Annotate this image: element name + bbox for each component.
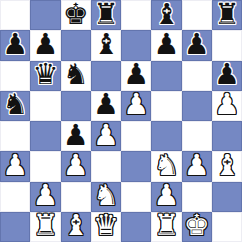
square-a6[interactable] [0, 61, 30, 91]
square-c2[interactable] [61, 182, 91, 212]
square-d1[interactable]: ♛ [91, 212, 121, 242]
square-c5[interactable] [61, 91, 91, 121]
black-knight: ♞ [2, 91, 28, 120]
square-e4[interactable] [121, 121, 151, 151]
square-g4[interactable] [182, 121, 212, 151]
square-b5[interactable] [30, 91, 60, 121]
white-knight: ♞ [153, 151, 179, 180]
square-d5[interactable]: ♟ [91, 91, 121, 121]
square-c4[interactable]: ♟ [61, 121, 91, 151]
white-bishop: ♝ [63, 212, 89, 241]
black-bishop: ♝ [153, 0, 179, 29]
black-pawn: ♟ [93, 91, 119, 120]
white-pawn: ♟ [184, 151, 210, 180]
black-knight: ♞ [63, 61, 89, 90]
square-h2[interactable] [212, 182, 242, 212]
chess-board: ♚♜♝♜♟♟♝♟♟♛♞♟♟♞♟♟♟♟♟♟♟♞♟♝♟♞♟♜♝♛♜♚ [0, 0, 242, 242]
square-d3[interactable] [91, 151, 121, 181]
white-bishop: ♝ [214, 151, 240, 180]
square-a2[interactable] [0, 182, 30, 212]
square-e1[interactable] [121, 212, 151, 242]
square-f2[interactable]: ♟ [151, 182, 181, 212]
square-f3[interactable]: ♞ [151, 151, 181, 181]
black-pawn: ♟ [2, 30, 28, 59]
black-rook: ♜ [93, 0, 119, 29]
square-f7[interactable]: ♟ [151, 30, 181, 60]
square-d7[interactable]: ♝ [91, 30, 121, 60]
square-e2[interactable] [121, 182, 151, 212]
square-e3[interactable] [121, 151, 151, 181]
square-b7[interactable]: ♟ [30, 30, 60, 60]
white-pawn: ♟ [123, 91, 149, 120]
square-c7[interactable] [61, 30, 91, 60]
square-c6[interactable]: ♞ [61, 61, 91, 91]
square-b2[interactable]: ♟ [30, 182, 60, 212]
square-b6[interactable]: ♛ [30, 61, 60, 91]
black-bishop: ♝ [93, 30, 119, 59]
white-rook: ♜ [32, 212, 58, 241]
square-e7[interactable] [121, 30, 151, 60]
square-c8[interactable]: ♚ [61, 0, 91, 30]
black-pawn: ♟ [123, 61, 149, 90]
square-g7[interactable]: ♟ [182, 30, 212, 60]
square-f8[interactable]: ♝ [151, 0, 181, 30]
white-pawn: ♟ [153, 182, 179, 211]
white-queen: ♛ [93, 212, 119, 241]
white-king: ♚ [184, 212, 210, 241]
black-king: ♚ [63, 0, 89, 29]
square-a3[interactable]: ♟ [0, 151, 30, 181]
square-d8[interactable]: ♜ [91, 0, 121, 30]
square-d2[interactable]: ♞ [91, 182, 121, 212]
square-a5[interactable]: ♞ [0, 91, 30, 121]
square-g8[interactable] [182, 0, 212, 30]
square-a8[interactable] [0, 0, 30, 30]
square-g5[interactable] [182, 91, 212, 121]
black-pawn: ♟ [63, 121, 89, 150]
square-d4[interactable]: ♟ [91, 121, 121, 151]
square-e8[interactable] [121, 0, 151, 30]
square-h6[interactable]: ♟ [212, 61, 242, 91]
screenshot-root: ♚♜♝♜♟♟♝♟♟♛♞♟♟♞♟♟♟♟♟♟♟♞♟♝♟♞♟♜♝♛♜♚ [0, 0, 242, 242]
square-g3[interactable]: ♟ [182, 151, 212, 181]
square-e5[interactable]: ♟ [121, 91, 151, 121]
square-g1[interactable]: ♚ [182, 212, 212, 242]
square-g6[interactable] [182, 61, 212, 91]
square-b8[interactable] [30, 0, 60, 30]
square-b3[interactable] [30, 151, 60, 181]
square-b4[interactable] [30, 121, 60, 151]
square-a7[interactable]: ♟ [0, 30, 30, 60]
black-rook: ♜ [214, 0, 240, 29]
black-queen: ♛ [32, 61, 58, 90]
square-f5[interactable] [151, 91, 181, 121]
square-f6[interactable] [151, 61, 181, 91]
square-a1[interactable] [0, 212, 30, 242]
square-h7[interactable] [212, 30, 242, 60]
square-d6[interactable] [91, 61, 121, 91]
square-g2[interactable] [182, 182, 212, 212]
square-h5[interactable]: ♟ [212, 91, 242, 121]
square-h3[interactable]: ♝ [212, 151, 242, 181]
square-h1[interactable] [212, 212, 242, 242]
square-a4[interactable] [0, 121, 30, 151]
black-pawn: ♟ [32, 30, 58, 59]
square-e6[interactable]: ♟ [121, 61, 151, 91]
white-rook: ♜ [153, 212, 179, 241]
square-f1[interactable]: ♜ [151, 212, 181, 242]
square-b1[interactable]: ♜ [30, 212, 60, 242]
black-pawn: ♟ [214, 61, 240, 90]
white-pawn: ♟ [63, 151, 89, 180]
black-pawn: ♟ [184, 30, 210, 59]
white-knight: ♞ [93, 182, 119, 211]
white-pawn: ♟ [214, 91, 240, 120]
black-pawn: ♟ [153, 30, 179, 59]
white-pawn: ♟ [32, 182, 58, 211]
square-h8[interactable]: ♜ [212, 0, 242, 30]
white-pawn: ♟ [93, 121, 119, 150]
square-c3[interactable]: ♟ [61, 151, 91, 181]
square-f4[interactable] [151, 121, 181, 151]
white-pawn: ♟ [2, 151, 28, 180]
square-c1[interactable]: ♝ [61, 212, 91, 242]
square-h4[interactable] [212, 121, 242, 151]
